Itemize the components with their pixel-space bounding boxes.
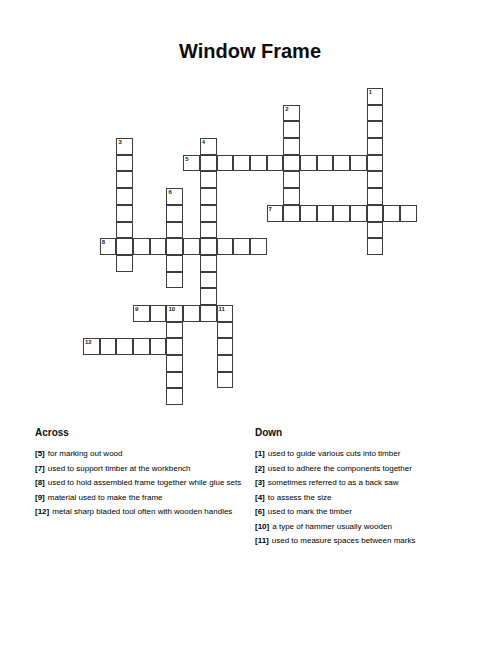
empty-space bbox=[383, 88, 400, 105]
cell-r1-c12[interactable]: 2 bbox=[283, 105, 300, 122]
empty-space bbox=[133, 155, 150, 172]
empty-space bbox=[183, 138, 200, 155]
empty-space bbox=[100, 138, 117, 155]
empty-space bbox=[333, 105, 350, 122]
empty-space bbox=[250, 272, 267, 289]
empty-space bbox=[166, 121, 183, 138]
empty-space bbox=[150, 355, 167, 372]
cell-r9-c4[interactable] bbox=[150, 238, 167, 255]
empty-space bbox=[83, 138, 100, 155]
cell-r7-c7[interactable] bbox=[200, 205, 217, 222]
down-clues-section: Down [1]used to guide various cuts into … bbox=[255, 427, 471, 550]
empty-space bbox=[166, 88, 183, 105]
empty-space bbox=[250, 338, 267, 355]
empty-space bbox=[400, 372, 417, 389]
empty-space bbox=[83, 272, 100, 289]
clue-down-11: [11]used to measure spaces between marks bbox=[255, 535, 471, 547]
cell-r10-c5[interactable] bbox=[166, 255, 183, 272]
empty-space bbox=[183, 388, 200, 405]
cell-r6-c7[interactable] bbox=[200, 188, 217, 205]
clue-text: sometimes referred to as a back saw bbox=[268, 478, 399, 487]
empty-space bbox=[317, 105, 334, 122]
down-header: Down bbox=[255, 427, 471, 438]
cell-r9-c8[interactable] bbox=[217, 238, 234, 255]
empty-space bbox=[150, 171, 167, 188]
cell-r7-c2[interactable] bbox=[116, 205, 133, 222]
cell-r4-c9[interactable] bbox=[233, 155, 250, 172]
empty-space bbox=[166, 138, 183, 155]
clue-across-7: [7]used to support timber at the workben… bbox=[35, 463, 248, 475]
empty-space bbox=[183, 288, 200, 305]
empty-space bbox=[317, 355, 334, 372]
cell-r15-c8[interactable] bbox=[217, 338, 234, 355]
cell-r4-c14[interactable] bbox=[317, 155, 334, 172]
empty-space bbox=[150, 88, 167, 105]
clue-down-10: [10]a type of hammer usually wooden bbox=[255, 521, 471, 533]
empty-space bbox=[400, 222, 417, 239]
cell-number: 2 bbox=[285, 106, 288, 113]
cell-r7-c5[interactable] bbox=[166, 205, 183, 222]
empty-space bbox=[333, 238, 350, 255]
clue-number: [7] bbox=[35, 464, 45, 473]
empty-space bbox=[383, 355, 400, 372]
cell-r9-c3[interactable] bbox=[133, 238, 150, 255]
cell-r5-c2[interactable] bbox=[116, 171, 133, 188]
empty-space bbox=[267, 255, 284, 272]
cell-r16-c8[interactable] bbox=[217, 355, 234, 372]
empty-space bbox=[283, 372, 300, 389]
empty-space bbox=[350, 188, 367, 205]
clue-number: [9] bbox=[35, 493, 45, 502]
empty-space bbox=[300, 338, 317, 355]
cell-r6-c5[interactable]: 6 bbox=[166, 188, 183, 205]
empty-space bbox=[400, 272, 417, 289]
cell-r4-c11[interactable] bbox=[267, 155, 284, 172]
empty-space bbox=[300, 105, 317, 122]
empty-space bbox=[83, 388, 100, 405]
cell-r9-c9[interactable] bbox=[233, 238, 250, 255]
empty-space bbox=[283, 355, 300, 372]
empty-space bbox=[233, 272, 250, 289]
empty-space bbox=[333, 121, 350, 138]
empty-space bbox=[400, 288, 417, 305]
cell-r3-c7[interactable]: 4 bbox=[200, 138, 217, 155]
empty-space bbox=[317, 138, 334, 155]
empty-space bbox=[217, 255, 234, 272]
empty-space bbox=[200, 372, 217, 389]
empty-space bbox=[250, 372, 267, 389]
cell-r10-c2[interactable] bbox=[116, 255, 133, 272]
cell-r12-c7[interactable] bbox=[200, 288, 217, 305]
cell-r8-c2[interactable] bbox=[116, 222, 133, 239]
empty-space bbox=[183, 121, 200, 138]
empty-space bbox=[350, 255, 367, 272]
cell-r15-c2[interactable] bbox=[116, 338, 133, 355]
clue-across-5: [5]for marking out wood bbox=[35, 448, 248, 460]
clue-text: used to support timber at the workbench bbox=[48, 464, 191, 473]
empty-space bbox=[400, 171, 417, 188]
empty-space bbox=[400, 238, 417, 255]
empty-space bbox=[383, 272, 400, 289]
empty-space bbox=[133, 88, 150, 105]
empty-space bbox=[100, 205, 117, 222]
empty-space bbox=[183, 355, 200, 372]
cell-r5-c12[interactable] bbox=[283, 171, 300, 188]
empty-space bbox=[317, 188, 334, 205]
empty-space bbox=[150, 121, 167, 138]
cell-r17-c5[interactable] bbox=[166, 372, 183, 389]
cell-number: 3 bbox=[118, 139, 121, 146]
empty-space bbox=[100, 121, 117, 138]
cell-r10-c7[interactable] bbox=[200, 255, 217, 272]
empty-space bbox=[300, 222, 317, 239]
empty-space bbox=[267, 138, 284, 155]
cell-r9-c6[interactable] bbox=[183, 238, 200, 255]
empty-space bbox=[150, 105, 167, 122]
empty-space bbox=[250, 388, 267, 405]
cell-r4-c12[interactable] bbox=[283, 155, 300, 172]
cell-r4-c10[interactable] bbox=[250, 155, 267, 172]
empty-space bbox=[383, 222, 400, 239]
empty-space bbox=[350, 388, 367, 405]
empty-space bbox=[333, 272, 350, 289]
empty-space bbox=[233, 105, 250, 122]
empty-space bbox=[333, 188, 350, 205]
empty-space bbox=[133, 388, 150, 405]
cell-r5-c17[interactable] bbox=[367, 171, 384, 188]
cell-r4-c7[interactable] bbox=[200, 155, 217, 172]
empty-space bbox=[267, 188, 284, 205]
cell-r8-c5[interactable] bbox=[166, 222, 183, 239]
empty-space bbox=[300, 171, 317, 188]
empty-space bbox=[150, 322, 167, 339]
clue-down-1: [1]used to guide various cuts into timbe… bbox=[255, 448, 471, 460]
clue-number: [5] bbox=[35, 449, 45, 458]
empty-space bbox=[283, 222, 300, 239]
empty-space bbox=[317, 88, 334, 105]
empty-space bbox=[300, 138, 317, 155]
cell-r9-c7[interactable] bbox=[200, 238, 217, 255]
empty-space bbox=[83, 121, 100, 138]
cell-r7-c12[interactable] bbox=[283, 205, 300, 222]
empty-space bbox=[267, 355, 284, 372]
cell-r13-c7[interactable] bbox=[200, 305, 217, 322]
clue-number: [2] bbox=[255, 464, 265, 473]
cell-r7-c11[interactable]: 7 bbox=[267, 205, 284, 222]
empty-space bbox=[133, 105, 150, 122]
empty-space bbox=[300, 238, 317, 255]
empty-space bbox=[183, 322, 200, 339]
empty-space bbox=[317, 272, 334, 289]
down-clue-list: [1]used to guide various cuts into timbe… bbox=[255, 448, 471, 547]
empty-space bbox=[100, 188, 117, 205]
empty-space bbox=[183, 372, 200, 389]
clue-down-4: [4]to assess the size bbox=[255, 492, 471, 504]
empty-space bbox=[83, 288, 100, 305]
cell-r4-c13[interactable] bbox=[300, 155, 317, 172]
empty-space bbox=[400, 105, 417, 122]
cell-r13-c8[interactable]: 11 bbox=[217, 305, 234, 322]
cell-r11-c5[interactable] bbox=[166, 272, 183, 289]
cell-number: 11 bbox=[219, 306, 225, 313]
clue-down-3: [3]sometimes referred to as a back saw bbox=[255, 477, 471, 489]
empty-space bbox=[383, 188, 400, 205]
empty-space bbox=[200, 105, 217, 122]
cell-r4-c2[interactable] bbox=[116, 155, 133, 172]
empty-space bbox=[383, 238, 400, 255]
cell-r16-c5[interactable] bbox=[166, 355, 183, 372]
cell-r5-c7[interactable] bbox=[200, 171, 217, 188]
empty-space bbox=[116, 355, 133, 372]
empty-space bbox=[317, 255, 334, 272]
empty-space bbox=[233, 121, 250, 138]
empty-space bbox=[333, 138, 350, 155]
cell-r15-c3[interactable] bbox=[133, 338, 150, 355]
cell-number: 1 bbox=[369, 89, 372, 96]
empty-space bbox=[100, 105, 117, 122]
empty-space bbox=[150, 272, 167, 289]
empty-space bbox=[133, 322, 150, 339]
empty-space bbox=[350, 322, 367, 339]
empty-space bbox=[150, 188, 167, 205]
empty-space bbox=[267, 388, 284, 405]
empty-space bbox=[100, 222, 117, 239]
empty-space bbox=[183, 171, 200, 188]
empty-space bbox=[317, 388, 334, 405]
empty-space bbox=[217, 288, 234, 305]
empty-space bbox=[183, 272, 200, 289]
empty-space bbox=[317, 238, 334, 255]
empty-space bbox=[116, 372, 133, 389]
cell-r9-c17[interactable] bbox=[367, 238, 384, 255]
empty-space bbox=[367, 322, 384, 339]
empty-space bbox=[300, 305, 317, 322]
empty-space bbox=[116, 121, 133, 138]
empty-space bbox=[267, 322, 284, 339]
cell-r1-c17[interactable] bbox=[367, 105, 384, 122]
empty-space bbox=[383, 305, 400, 322]
empty-space bbox=[250, 88, 267, 105]
empty-space bbox=[383, 155, 400, 172]
empty-space bbox=[233, 188, 250, 205]
cell-r4-c8[interactable] bbox=[217, 155, 234, 172]
cell-r4-c15[interactable] bbox=[333, 155, 350, 172]
cell-r15-c4[interactable] bbox=[150, 338, 167, 355]
empty-space bbox=[317, 222, 334, 239]
empty-space bbox=[233, 338, 250, 355]
clue-text: used to mark the timber bbox=[268, 507, 352, 516]
empty-space bbox=[350, 105, 367, 122]
cell-r11-c7[interactable] bbox=[200, 272, 217, 289]
empty-space bbox=[133, 255, 150, 272]
cell-r3-c12[interactable] bbox=[283, 138, 300, 155]
empty-space bbox=[250, 121, 267, 138]
cell-r14-c5[interactable] bbox=[166, 322, 183, 339]
clue-across-8: [8]used to hold assembled frame together… bbox=[35, 477, 248, 489]
empty-space bbox=[367, 288, 384, 305]
cell-r9-c2[interactable] bbox=[116, 238, 133, 255]
empty-space bbox=[133, 372, 150, 389]
cell-r9-c5[interactable] bbox=[166, 238, 183, 255]
empty-space bbox=[300, 255, 317, 272]
empty-space bbox=[83, 255, 100, 272]
empty-space bbox=[116, 388, 133, 405]
empty-space bbox=[200, 355, 217, 372]
empty-space bbox=[283, 338, 300, 355]
cell-r7-c15[interactable] bbox=[333, 205, 350, 222]
cell-r6-c12[interactable] bbox=[283, 188, 300, 205]
empty-space bbox=[350, 272, 367, 289]
clue-number: [12] bbox=[35, 507, 49, 516]
cell-r15-c5[interactable] bbox=[166, 338, 183, 355]
empty-space bbox=[400, 355, 417, 372]
cell-r0-c17[interactable]: 1 bbox=[367, 88, 384, 105]
cell-r2-c12[interactable] bbox=[283, 121, 300, 138]
cell-r7-c17[interactable] bbox=[367, 205, 384, 222]
cell-r6-c2[interactable] bbox=[116, 188, 133, 205]
cell-r4-c16[interactable] bbox=[350, 155, 367, 172]
clue-text: material used to make the frame bbox=[48, 493, 163, 502]
cell-number: 4 bbox=[202, 139, 205, 146]
cell-r15-c0[interactable]: 12 bbox=[83, 338, 100, 355]
empty-space bbox=[233, 138, 250, 155]
empty-space bbox=[100, 388, 117, 405]
cell-r9-c10[interactable] bbox=[250, 238, 267, 255]
empty-space bbox=[250, 255, 267, 272]
empty-space bbox=[250, 188, 267, 205]
cell-r7-c14[interactable] bbox=[317, 205, 334, 222]
empty-space bbox=[333, 388, 350, 405]
empty-space bbox=[217, 105, 234, 122]
empty-space bbox=[317, 322, 334, 339]
empty-space bbox=[233, 388, 250, 405]
empty-space bbox=[83, 188, 100, 205]
empty-space bbox=[267, 88, 284, 105]
empty-space bbox=[333, 171, 350, 188]
empty-space bbox=[350, 222, 367, 239]
empty-space bbox=[233, 288, 250, 305]
empty-space bbox=[350, 372, 367, 389]
cell-r8-c17[interactable] bbox=[367, 222, 384, 239]
empty-space bbox=[333, 255, 350, 272]
empty-space bbox=[383, 255, 400, 272]
cell-r15-c1[interactable] bbox=[100, 338, 117, 355]
cell-number: 5 bbox=[185, 156, 188, 163]
empty-space bbox=[400, 155, 417, 172]
empty-space bbox=[83, 88, 100, 105]
empty-space bbox=[166, 171, 183, 188]
cell-r3-c17[interactable] bbox=[367, 138, 384, 155]
cell-r4-c17[interactable] bbox=[367, 155, 384, 172]
empty-space bbox=[383, 372, 400, 389]
empty-space bbox=[200, 388, 217, 405]
empty-space bbox=[300, 188, 317, 205]
empty-space bbox=[133, 288, 150, 305]
cell-r6-c17[interactable] bbox=[367, 188, 384, 205]
empty-space bbox=[267, 121, 284, 138]
clue-across-12: [12]metal sharp bladed tool often with w… bbox=[35, 506, 248, 518]
empty-space bbox=[83, 222, 100, 239]
empty-space bbox=[100, 155, 117, 172]
empty-space bbox=[317, 305, 334, 322]
empty-space bbox=[350, 238, 367, 255]
empty-space bbox=[283, 305, 300, 322]
empty-space bbox=[200, 88, 217, 105]
empty-space bbox=[217, 121, 234, 138]
empty-space bbox=[150, 138, 167, 155]
empty-space bbox=[333, 322, 350, 339]
cell-r2-c17[interactable] bbox=[367, 121, 384, 138]
clue-text: used to hold assembled frame together wh… bbox=[48, 478, 241, 487]
empty-space bbox=[317, 171, 334, 188]
empty-space bbox=[116, 88, 133, 105]
empty-space bbox=[133, 272, 150, 289]
empty-space bbox=[400, 121, 417, 138]
empty-space bbox=[233, 355, 250, 372]
empty-space bbox=[383, 338, 400, 355]
empty-space bbox=[267, 171, 284, 188]
cell-r7-c13[interactable] bbox=[300, 205, 317, 222]
empty-space bbox=[83, 155, 100, 172]
empty-space bbox=[333, 338, 350, 355]
cell-r13-c5[interactable]: 10 bbox=[166, 305, 183, 322]
clue-number: [10] bbox=[255, 522, 269, 531]
empty-space bbox=[333, 305, 350, 322]
empty-space bbox=[267, 338, 284, 355]
empty-space bbox=[150, 372, 167, 389]
clue-down-6: [6]used to mark the timber bbox=[255, 506, 471, 518]
empty-space bbox=[166, 105, 183, 122]
empty-space bbox=[367, 338, 384, 355]
empty-space bbox=[83, 171, 100, 188]
cell-r7-c16[interactable] bbox=[350, 205, 367, 222]
cell-r18-c5[interactable] bbox=[166, 388, 183, 405]
cell-number: 6 bbox=[168, 189, 171, 196]
empty-space bbox=[217, 138, 234, 155]
clue-text: used to measure spaces between marks bbox=[272, 536, 416, 545]
cell-number: 12 bbox=[85, 339, 92, 346]
cell-r17-c8[interactable] bbox=[217, 372, 234, 389]
cell-r4-c6[interactable]: 5 bbox=[183, 155, 200, 172]
empty-space bbox=[400, 255, 417, 272]
cell-r7-c19[interactable] bbox=[400, 205, 417, 222]
empty-space bbox=[150, 288, 167, 305]
empty-space bbox=[100, 255, 117, 272]
cell-r13-c3[interactable]: 9 bbox=[133, 305, 150, 322]
cell-r9-c1[interactable]: 8 bbox=[100, 238, 117, 255]
clue-text: a type of hammer usually wooden bbox=[272, 522, 392, 531]
puzzle-title: Window Frame bbox=[0, 40, 500, 63]
clue-text: metal sharp bladed tool often with woode… bbox=[52, 507, 232, 516]
empty-space bbox=[233, 205, 250, 222]
cell-r13-c6[interactable] bbox=[183, 305, 200, 322]
empty-space bbox=[150, 205, 167, 222]
cell-r7-c18[interactable] bbox=[383, 205, 400, 222]
empty-space bbox=[83, 372, 100, 389]
empty-space bbox=[383, 388, 400, 405]
empty-space bbox=[250, 355, 267, 372]
empty-space bbox=[217, 205, 234, 222]
cell-r3-c2[interactable]: 3 bbox=[116, 138, 133, 155]
cell-r13-c4[interactable] bbox=[150, 305, 167, 322]
empty-space bbox=[367, 272, 384, 289]
empty-space bbox=[350, 171, 367, 188]
across-header: Across bbox=[35, 427, 248, 438]
empty-space bbox=[183, 188, 200, 205]
empty-space bbox=[100, 322, 117, 339]
cell-r14-c8[interactable] bbox=[217, 322, 234, 339]
cell-r8-c7[interactable] bbox=[200, 222, 217, 239]
